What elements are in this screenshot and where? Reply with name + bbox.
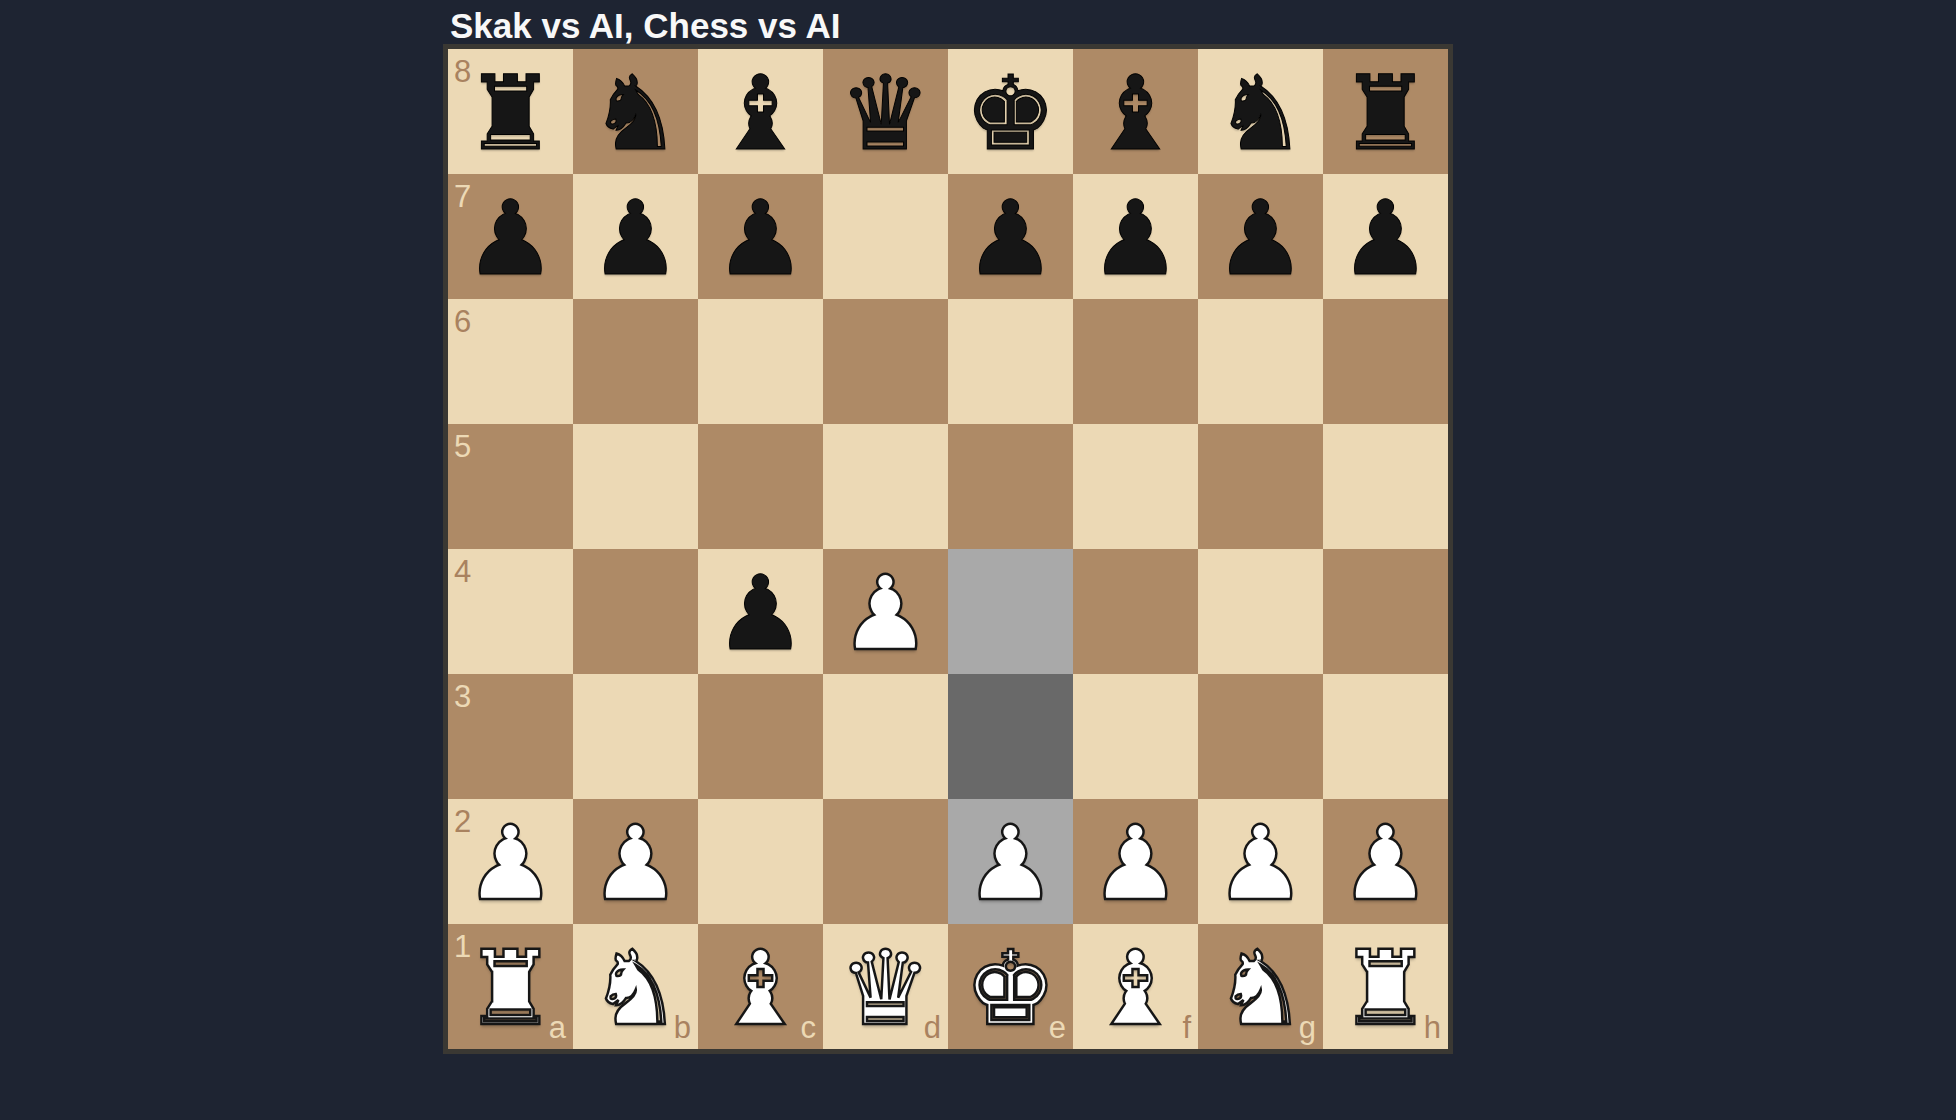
square-a1[interactable]: 1a♜	[448, 924, 573, 1049]
square-b1[interactable]: b♞	[573, 924, 698, 1049]
square-e3-highlighted[interactable]	[948, 674, 1073, 799]
piece-white-pawn-h2[interactable]: ♟	[1323, 799, 1448, 924]
square-a5[interactable]: 5	[448, 424, 573, 549]
square-d2[interactable]	[823, 799, 948, 924]
rank-label-6: 6	[454, 306, 471, 337]
square-d3[interactable]	[823, 674, 948, 799]
square-h2[interactable]: ♟	[1323, 799, 1448, 924]
piece-white-queen-d1[interactable]: ♛	[823, 924, 948, 1049]
piece-black-bishop-c8[interactable]: ♝	[698, 49, 823, 174]
rank-label-4: 4	[454, 556, 471, 587]
square-a7[interactable]: 7♟	[448, 174, 573, 299]
square-f4[interactable]	[1073, 549, 1198, 674]
square-f5[interactable]	[1073, 424, 1198, 549]
square-a8[interactable]: 8♜	[448, 49, 573, 174]
piece-white-rook-h1[interactable]: ♜	[1323, 924, 1448, 1049]
piece-white-knight-g1[interactable]: ♞	[1198, 924, 1323, 1049]
square-h1[interactable]: h♜	[1323, 924, 1448, 1049]
square-b4[interactable]	[573, 549, 698, 674]
square-g6[interactable]	[1198, 299, 1323, 424]
piece-black-knight-b8[interactable]: ♞	[573, 49, 698, 174]
square-h7[interactable]: ♟	[1323, 174, 1448, 299]
square-g3[interactable]	[1198, 674, 1323, 799]
piece-black-knight-g8[interactable]: ♞	[1198, 49, 1323, 174]
piece-black-pawn-b7[interactable]: ♟	[573, 174, 698, 299]
piece-black-pawn-g7[interactable]: ♟	[1198, 174, 1323, 299]
square-e7[interactable]: ♟	[948, 174, 1073, 299]
piece-white-pawn-d4[interactable]: ♟	[823, 549, 948, 674]
square-a2[interactable]: 2♟	[448, 799, 573, 924]
square-d8[interactable]: ♛	[823, 49, 948, 174]
square-g4[interactable]	[1198, 549, 1323, 674]
piece-black-pawn-c4[interactable]: ♟	[698, 549, 823, 674]
piece-white-bishop-f1[interactable]: ♝	[1073, 924, 1198, 1049]
square-a4[interactable]: 4	[448, 549, 573, 674]
square-h3[interactable]	[1323, 674, 1448, 799]
square-f8[interactable]: ♝	[1073, 49, 1198, 174]
piece-black-bishop-f8[interactable]: ♝	[1073, 49, 1198, 174]
square-e2-highlighted[interactable]: ♟	[948, 799, 1073, 924]
piece-white-pawn-e2[interactable]: ♟	[948, 799, 1073, 924]
square-g7[interactable]: ♟	[1198, 174, 1323, 299]
square-h4[interactable]	[1323, 549, 1448, 674]
square-e8[interactable]: ♚	[948, 49, 1073, 174]
square-b6[interactable]	[573, 299, 698, 424]
square-f2[interactable]: ♟	[1073, 799, 1198, 924]
piece-black-pawn-h7[interactable]: ♟	[1323, 174, 1448, 299]
square-d7[interactable]	[823, 174, 948, 299]
piece-black-pawn-f7[interactable]: ♟	[1073, 174, 1198, 299]
rank-label-5: 5	[454, 431, 471, 462]
rank-label-3: 3	[454, 681, 471, 712]
square-h8[interactable]: ♜	[1323, 49, 1448, 174]
piece-black-pawn-c7[interactable]: ♟	[698, 174, 823, 299]
piece-white-pawn-g2[interactable]: ♟	[1198, 799, 1323, 924]
piece-white-bishop-c1[interactable]: ♝	[698, 924, 823, 1049]
square-g5[interactable]	[1198, 424, 1323, 549]
square-c6[interactable]	[698, 299, 823, 424]
square-c3[interactable]	[698, 674, 823, 799]
page-title: Skak vs AI, Chess vs AI	[450, 6, 840, 46]
square-e4-highlighted[interactable]	[948, 549, 1073, 674]
square-c8[interactable]: ♝	[698, 49, 823, 174]
square-a3[interactable]: 3	[448, 674, 573, 799]
square-b2[interactable]: ♟	[573, 799, 698, 924]
piece-white-knight-b1[interactable]: ♞	[573, 924, 698, 1049]
piece-white-pawn-a2[interactable]: ♟	[448, 799, 573, 924]
piece-white-pawn-b2[interactable]: ♟	[573, 799, 698, 924]
square-d5[interactable]	[823, 424, 948, 549]
piece-black-pawn-e7[interactable]: ♟	[948, 174, 1073, 299]
piece-black-queen-d8[interactable]: ♛	[823, 49, 948, 174]
piece-black-pawn-a7[interactable]: ♟	[448, 174, 573, 299]
piece-white-king-e1[interactable]: ♚	[948, 924, 1073, 1049]
square-d6[interactable]	[823, 299, 948, 424]
square-e5[interactable]	[948, 424, 1073, 549]
chess-board[interactable]: 8♜♞♝♛♚♝♞♜7♟♟♟♟♟♟♟654♟♟32♟♟♟♟♟♟1a♜b♞c♝d♛e…	[448, 49, 1448, 1049]
square-f3[interactable]	[1073, 674, 1198, 799]
square-b7[interactable]: ♟	[573, 174, 698, 299]
square-e6[interactable]	[948, 299, 1073, 424]
piece-white-rook-a1[interactable]: ♜	[448, 924, 573, 1049]
square-d4[interactable]: ♟	[823, 549, 948, 674]
square-g1[interactable]: g♞	[1198, 924, 1323, 1049]
square-c1[interactable]: c♝	[698, 924, 823, 1049]
square-f1[interactable]: f♝	[1073, 924, 1198, 1049]
square-b5[interactable]	[573, 424, 698, 549]
square-h5[interactable]	[1323, 424, 1448, 549]
piece-white-pawn-f2[interactable]: ♟	[1073, 799, 1198, 924]
board-frame: 8♜♞♝♛♚♝♞♜7♟♟♟♟♟♟♟654♟♟32♟♟♟♟♟♟1a♜b♞c♝d♛e…	[443, 44, 1453, 1054]
square-d1[interactable]: d♛	[823, 924, 948, 1049]
square-c7[interactable]: ♟	[698, 174, 823, 299]
square-g2[interactable]: ♟	[1198, 799, 1323, 924]
square-f6[interactable]	[1073, 299, 1198, 424]
square-c5[interactable]	[698, 424, 823, 549]
piece-black-rook-a8[interactable]: ♜	[448, 49, 573, 174]
piece-black-king-e8[interactable]: ♚	[948, 49, 1073, 174]
square-a6[interactable]: 6	[448, 299, 573, 424]
square-f7[interactable]: ♟	[1073, 174, 1198, 299]
square-e1[interactable]: e♚	[948, 924, 1073, 1049]
piece-black-rook-h8[interactable]: ♜	[1323, 49, 1448, 174]
square-g8[interactable]: ♞	[1198, 49, 1323, 174]
square-b3[interactable]	[573, 674, 698, 799]
square-c4[interactable]: ♟	[698, 549, 823, 674]
square-b8[interactable]: ♞	[573, 49, 698, 174]
square-h6[interactable]	[1323, 299, 1448, 424]
square-c2[interactable]	[698, 799, 823, 924]
